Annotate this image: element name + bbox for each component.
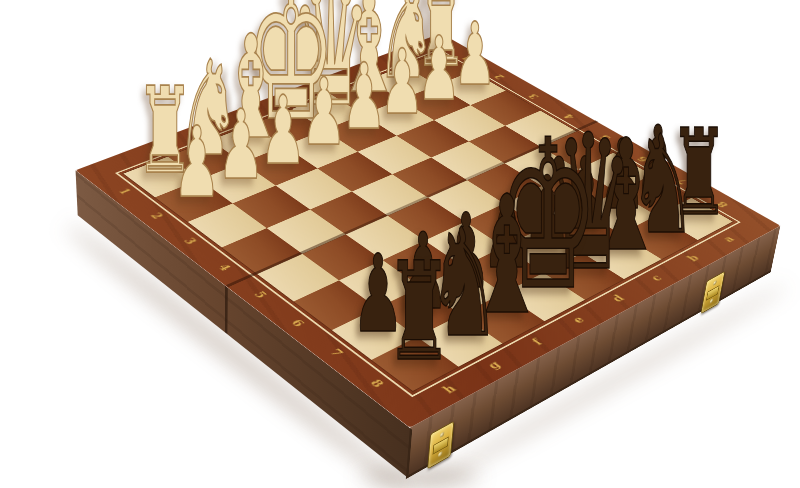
file-label-e: e — [569, 314, 587, 325]
rank-label-right-7: 7 — [674, 177, 690, 185]
rank-label-left-5: 5 — [251, 289, 270, 300]
file-label-f: f — [529, 337, 545, 347]
file-label-a: a — [720, 234, 737, 244]
rank-label-left-1: 1 — [116, 187, 134, 196]
rank-label-left-6: 6 — [288, 318, 307, 329]
rank-label-right-2: 2 — [492, 73, 507, 80]
rank-label-right-6: 6 — [635, 155, 651, 163]
file-label-d: d — [609, 293, 627, 304]
rank-label-left-3: 3 — [181, 236, 200, 246]
rank-label-right-3: 3 — [526, 93, 541, 100]
latch-clasp — [706, 285, 719, 301]
rank-label-left-2: 2 — [148, 211, 166, 220]
chess-board: 1122334455667788hgfedcba — [76, 33, 781, 428]
file-label-g: g — [484, 359, 503, 371]
rank-label-left-4: 4 — [215, 262, 234, 272]
file-label-c: c — [648, 273, 665, 283]
rank-label-right-1: 1 — [459, 54, 474, 61]
file-label-h: h — [439, 383, 459, 396]
file-label-b: b — [684, 253, 702, 263]
box-fold-seam — [225, 285, 228, 334]
rank-label-right-8: 8 — [714, 200, 730, 209]
rank-label-right-4: 4 — [561, 113, 577, 121]
rank-label-left-8: 8 — [367, 377, 387, 389]
scene-3d: 1122334455667788hgfedcba — [0, 0, 800, 488]
rank-label-right-5: 5 — [598, 134, 614, 142]
latch-clasp — [433, 436, 449, 454]
product-photo-stage: 1122334455667788hgfedcba ♜♞♟♝♟♛♟♚♟♝♟♟♞♟♟… — [0, 0, 800, 488]
rank-label-left-7: 7 — [327, 347, 347, 359]
